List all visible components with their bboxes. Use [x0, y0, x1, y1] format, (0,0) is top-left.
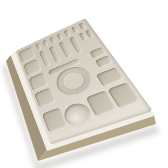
compartment-back-slot-3	[49, 36, 56, 44]
compartment-left-square-4	[34, 87, 56, 108]
compartment-back-slot-2	[42, 40, 49, 48]
compartment-long-slot-3	[59, 41, 72, 58]
compartment-back-slot-1	[35, 43, 42, 51]
compartment-back-slot-4	[56, 33, 63, 41]
compartment-long-slot-1	[39, 50, 51, 67]
compartment-long-slot-2	[49, 46, 62, 63]
product-photo-scene	[0, 0, 168, 168]
compartment-back-slot-5	[64, 30, 72, 38]
compartment-back-slot-7	[78, 22, 86, 30]
compartment-back-slot-6	[71, 26, 79, 34]
